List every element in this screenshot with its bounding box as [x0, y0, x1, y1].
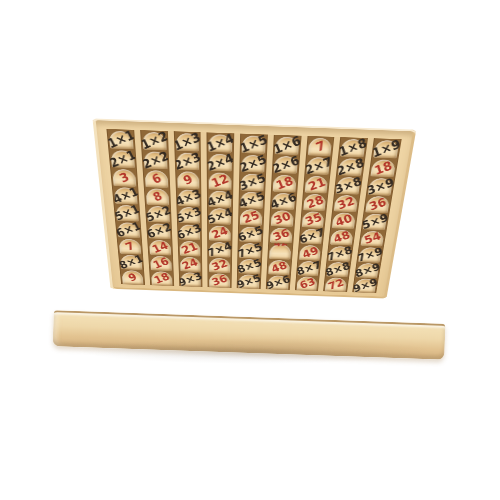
roller-face: 2×2: [143, 151, 167, 169]
roller-face: 4×6: [272, 193, 295, 210]
roller-label: 3: [117, 169, 131, 185]
roller-face: 9×9: [354, 278, 377, 293]
roller-r3c9[interactable]: 3×9: [366, 177, 395, 196]
roller-label: 5×4: [207, 207, 233, 225]
roller-label: 18: [373, 158, 394, 177]
roller-label: 21: [306, 175, 327, 194]
roller-r2c1[interactable]: 2×1: [108, 149, 136, 169]
roller-label: 6: [149, 171, 163, 187]
roller-face: 2×4: [209, 153, 232, 171]
roller-face: 8×5: [239, 259, 260, 274]
roller-label: 9×3: [178, 271, 202, 287]
roller-r8c1[interactable]: 8×1: [118, 253, 144, 269]
roller-label: 25: [241, 208, 262, 226]
roller-r3c1[interactable]: 3: [110, 168, 138, 187]
roller-label: 8×9: [355, 262, 382, 278]
roller-label: 49: [300, 244, 320, 260]
roller-label: 8×1: [118, 253, 144, 269]
roller-r3c5[interactable]: 3×5: [239, 172, 266, 191]
roller-face: 3×9: [368, 178, 393, 196]
roller-label: 4×1: [112, 186, 139, 205]
roller-label: 18: [152, 270, 172, 286]
roller-label: 2×7: [304, 155, 333, 175]
roller-label: 2×2: [141, 150, 169, 170]
roller-r2c7[interactable]: 2×7: [304, 155, 333, 175]
roller-r5c8[interactable]: 40: [331, 211, 359, 229]
roller-label: 9×6: [266, 274, 291, 290]
roller-label: 4×3: [175, 188, 201, 207]
roller-r7c7[interactable]: 49: [297, 244, 323, 261]
roller-label: 4×4: [207, 189, 233, 208]
roller-r4c7[interactable]: 28: [301, 193, 329, 212]
roller-r8c6[interactable]: 48: [266, 259, 291, 275]
roller-face: 7×5: [239, 243, 261, 259]
roller-r6c1[interactable]: 6×1: [115, 221, 141, 238]
roller-r6c5[interactable]: 6×5: [238, 225, 264, 242]
roller-r6c3[interactable]: 6×3: [177, 223, 203, 240]
roller-r6c6[interactable]: 36: [268, 226, 294, 243]
roller-label: 2×3: [174, 151, 201, 171]
roller-face: 8×9: [356, 263, 379, 278]
roller-r2c9[interactable]: 18: [369, 158, 399, 178]
roller-r4c2[interactable]: 8: [144, 187, 171, 206]
roller-face: 40: [332, 213, 356, 230]
roller-r1c2[interactable]: 1×2: [140, 130, 168, 151]
roller-r9c5[interactable]: 9×5: [237, 273, 261, 289]
roller-face: 5×9: [363, 214, 387, 231]
roller-label: 24: [210, 224, 230, 241]
roller-face: 7×9: [358, 247, 381, 263]
roller-face: 7×8: [329, 246, 352, 262]
roller-label: 48: [332, 229, 352, 246]
roller-label: 6×7: [298, 227, 325, 244]
roller-label: 2×5: [239, 153, 266, 173]
roller-label: 8×5: [237, 258, 262, 274]
roller-r6c4[interactable]: 24: [207, 224, 232, 241]
roller-label: 6×2: [146, 222, 172, 239]
roller-r5c2[interactable]: 5×2: [145, 205, 171, 223]
roller-face: 18: [371, 159, 397, 177]
product-photo-scene: 1×11×21×31×41×51×671×81×92×12×22×32×42×5…: [0, 0, 500, 500]
roller-label: 5×9: [361, 212, 389, 230]
roller-r8c4[interactable]: 32: [208, 257, 233, 273]
roller-label: 3×5: [239, 172, 266, 191]
roller-r1c9[interactable]: 1×9: [371, 138, 401, 158]
roller-face: 72: [325, 277, 347, 292]
roller-face: 6×2: [148, 223, 170, 239]
roller-label: 2×8: [336, 157, 365, 177]
roller-r7c3[interactable]: 21: [177, 240, 202, 257]
roller-label: 32: [210, 257, 230, 273]
roller-face: 5×2: [147, 206, 170, 223]
roller-label: 9×9: [352, 277, 378, 293]
roller-face: 6×3: [179, 224, 201, 240]
roller-label: 14: [150, 239, 170, 256]
roller-face: 1×9: [373, 140, 399, 159]
roller-label: 6×3: [177, 223, 203, 240]
roller-label: 1×8: [338, 137, 368, 157]
roller-label: 4×6: [270, 191, 297, 210]
roller-label: 24: [180, 256, 200, 272]
roller-face: 8×1: [120, 255, 142, 270]
roller-face: 1×2: [142, 132, 166, 151]
roller-face: 2×7: [306, 157, 331, 175]
roller-r5c3[interactable]: 5×3: [176, 206, 202, 224]
roller-label: 7×9: [357, 246, 384, 263]
roller-r4c1[interactable]: 4×1: [112, 186, 139, 205]
roller-face: 3×8: [336, 177, 361, 195]
roller-r5c1[interactable]: 5×1: [114, 204, 141, 222]
roller-face: 1×6: [275, 136, 299, 155]
roller-face: 5×3: [178, 207, 200, 224]
roller-face: 36: [366, 196, 391, 213]
roller-r1c5[interactable]: 1×5: [240, 134, 268, 155]
roller-face: 6: [144, 170, 167, 188]
roller-label: 30: [272, 209, 292, 227]
roller-face: 4×1: [114, 187, 138, 204]
roller-label: 1×5: [240, 134, 268, 155]
roller-face: 6×7: [300, 228, 323, 244]
roller-label: 1×9: [371, 138, 401, 158]
roller-label: 7×8: [327, 245, 354, 262]
roller-label: 8×8: [325, 261, 351, 277]
roller-r7c5[interactable]: 7×5: [237, 242, 262, 259]
roller-label: 18: [274, 173, 295, 192]
roller-face: 5×4: [209, 208, 231, 225]
roller-label: 36: [271, 226, 291, 243]
roller-face: 63: [296, 276, 318, 291]
roller-r4c5[interactable]: 4×5: [239, 190, 266, 209]
board-grid: 1×11×21×31×41×51×671×81×92×12×22×32×42×5…: [106, 129, 401, 293]
roller-face: 21: [179, 241, 200, 257]
roller-r4c3[interactable]: 4×3: [175, 188, 201, 207]
roller-r2c3[interactable]: 2×3: [174, 151, 201, 171]
roller-r4c8[interactable]: 32: [332, 194, 360, 213]
roller-label: 7: [313, 138, 326, 155]
roller-r7c2[interactable]: 14: [147, 238, 173, 255]
roller-r9c2[interactable]: 18: [149, 270, 174, 286]
roller-r3c2[interactable]: 6: [142, 169, 169, 188]
roller-label: 32: [336, 194, 356, 212]
roller-r6c8[interactable]: 48: [329, 228, 356, 245]
roller-r4c6[interactable]: 4×6: [270, 191, 297, 210]
roller-r3c6[interactable]: 18: [271, 173, 299, 192]
roller-label: 12: [210, 171, 231, 190]
roller-r4c9[interactable]: 36: [364, 195, 393, 213]
multiplication-board: 1×11×21×31×41×51×671×81×92×12×22×32×42×5…: [92, 118, 416, 298]
roller-face: 6×1: [117, 222, 140, 238]
roller-label: 2×4: [207, 152, 234, 172]
roller-face: 48: [268, 260, 290, 275]
roller-label: 1×2: [140, 130, 168, 151]
roller-r8c8[interactable]: 8×8: [325, 261, 351, 277]
roller-r9c8[interactable]: 72: [323, 276, 349, 292]
roller-face: 7: [308, 137, 333, 156]
roller-face: 24: [209, 225, 231, 241]
roller-r1c8[interactable]: 1×8: [338, 137, 368, 157]
roller-r1c4[interactable]: 1×4: [207, 132, 235, 153]
roller-r2c5[interactable]: 2×5: [239, 153, 266, 173]
roller-label: 36: [368, 195, 388, 213]
roller-r3c7[interactable]: 21: [303, 174, 331, 193]
roller-face: 1×8: [340, 139, 366, 158]
roller-face: 48: [330, 230, 353, 246]
roller-label: 7×5: [237, 242, 262, 259]
roller-label: 5×1: [114, 204, 141, 222]
roller-r9c9[interactable]: 9×9: [352, 277, 378, 293]
roller-r8c3[interactable]: 24: [178, 256, 203, 272]
roller-face: 2×5: [241, 155, 265, 173]
roller-r8c9[interactable]: 8×9: [355, 262, 382, 278]
roller-face: 2×6: [274, 156, 298, 174]
roller-label: 54: [363, 230, 383, 247]
roller-label: 48: [269, 259, 289, 275]
roller-r5c5[interactable]: 25: [238, 208, 264, 226]
roller-label: 1×1: [106, 129, 135, 150]
roller-r8c2[interactable]: 16: [148, 255, 173, 271]
roller-face: 3: [112, 169, 136, 187]
roller-label: 28: [304, 193, 325, 211]
roller-r6c2[interactable]: 6×2: [146, 222, 172, 239]
roller-face: 18: [151, 271, 172, 286]
roller-face: 14: [149, 240, 171, 256]
roller-r7c6[interactable]: 42: [267, 243, 293, 260]
roller-label: 1×4: [207, 132, 235, 153]
roller-face: 30: [271, 210, 294, 227]
roller-label: 40: [334, 212, 354, 229]
roller-label: 7×4: [208, 241, 233, 258]
roller-label: 2×1: [108, 149, 136, 169]
roller-label: 35: [303, 210, 323, 228]
roller-r5c9[interactable]: 5×9: [361, 212, 389, 230]
roller-r5c6[interactable]: 30: [269, 209, 296, 227]
roller-face: 8×8: [327, 262, 350, 277]
roller-face: 54: [361, 231, 385, 247]
roller-r4c4[interactable]: 4×4: [207, 189, 233, 208]
roller-r8c7[interactable]: 8×7: [296, 260, 322, 276]
roller-face: 9×5: [238, 274, 259, 289]
roller-face: 21: [304, 176, 328, 194]
roller-r9c3[interactable]: 9×3: [178, 271, 202, 287]
roller-r7c8[interactable]: 7×8: [327, 245, 354, 262]
roller-r7c4[interactable]: 7×4: [208, 241, 233, 258]
roller-label: 3×9: [366, 177, 395, 196]
roller-label: 6×5: [238, 225, 264, 242]
roller-label: 5×2: [145, 205, 171, 223]
roller-r3c4[interactable]: 12: [207, 171, 234, 190]
roller-face: 12: [209, 172, 232, 190]
roller-face: 6×5: [240, 226, 262, 242]
roller-label: 63: [298, 276, 317, 291]
roller-r5c7[interactable]: 35: [300, 210, 327, 228]
roller-r2c8[interactable]: 2×8: [336, 157, 365, 177]
roller-face: 36: [210, 273, 231, 288]
roller-r9c7[interactable]: 63: [295, 275, 320, 291]
roller-face: 1×3: [175, 133, 199, 152]
roller-face: 4×5: [240, 192, 263, 209]
roller-label: 21: [180, 240, 200, 256]
roller-label: 9: [181, 172, 195, 188]
roller-r3c8[interactable]: 3×8: [334, 175, 363, 194]
roller-face: 4×3: [177, 189, 200, 206]
roller-r9c1[interactable]: 9: [120, 269, 145, 285]
roller-label: 36: [210, 273, 229, 288]
roller-label: 1×3: [173, 131, 201, 152]
roller-label: 1×6: [273, 135, 302, 155]
roller-face: 4×4: [209, 190, 231, 207]
roller-face: 35: [302, 211, 325, 228]
roller-face: 5×1: [115, 205, 138, 222]
roller-face: 3×5: [241, 173, 264, 191]
roller-label: 42: [273, 243, 288, 249]
roller-face: 1×5: [242, 135, 266, 154]
roller-r1c3[interactable]: 1×3: [173, 131, 201, 152]
roller-face: 8×7: [298, 261, 320, 276]
roller-face: 42: [269, 244, 291, 260]
roller-face: 2×3: [176, 152, 199, 170]
roller-face: 9: [122, 270, 144, 285]
roller-face: 9×6: [267, 275, 288, 290]
drop-shadow: [78, 338, 434, 364]
roller-label: 16: [151, 255, 171, 271]
roller-label: 8×7: [296, 260, 322, 276]
roller-r6c9[interactable]: 54: [359, 229, 387, 246]
roller-face: 1×4: [209, 134, 232, 153]
roller-face: 2×8: [338, 158, 363, 176]
roller-face: 36: [270, 227, 292, 243]
roller-face: 2×1: [110, 150, 134, 168]
roller-face: 18: [273, 175, 297, 193]
roller-face: 7×4: [209, 242, 230, 258]
roller-r7c9[interactable]: 7×9: [357, 246, 384, 263]
roller-label: 4×5: [239, 190, 266, 209]
roller-label: 72: [327, 277, 346, 292]
roller-label: 6×1: [115, 221, 141, 238]
roller-label: 5×3: [176, 206, 202, 224]
roller-r1c7[interactable]: 7: [306, 136, 335, 156]
roller-label: 3×8: [334, 175, 363, 194]
roller-face: 49: [299, 245, 321, 261]
roller-r2c6[interactable]: 2×6: [272, 154, 300, 174]
roller-r9c6[interactable]: 9×6: [266, 274, 291, 290]
roller-face: 1×1: [109, 130, 134, 149]
roller-face: 32: [334, 195, 358, 212]
roller-face: 24: [180, 257, 201, 272]
roller-r5c4[interactable]: 5×4: [207, 207, 233, 225]
roller-r8c5[interactable]: 8×5: [237, 258, 262, 274]
roller-label: 2×6: [272, 154, 300, 174]
roller-face: 25: [240, 209, 262, 226]
roller-r1c1[interactable]: 1×1: [106, 129, 135, 150]
roller-label: 9: [126, 271, 139, 284]
roller-face: 28: [303, 194, 327, 211]
roller-r3c3[interactable]: 9: [175, 170, 202, 189]
roller-face: 9×3: [180, 272, 201, 287]
roller-face: 32: [209, 258, 230, 273]
roller-face: 9: [177, 171, 200, 189]
roller-r6c7[interactable]: 6×7: [298, 227, 325, 244]
roller-label: 7: [123, 239, 136, 253]
roller-r7c1[interactable]: 7: [117, 237, 143, 254]
roller-face: 16: [150, 256, 172, 271]
roller-r1c6[interactable]: 1×6: [273, 135, 302, 155]
roller-r2c2[interactable]: 2×2: [141, 150, 169, 170]
roller-label: 8: [150, 189, 164, 204]
roller-label: 9×5: [237, 273, 261, 289]
roller-face: 8: [146, 188, 169, 205]
roller-r2c4[interactable]: 2×4: [207, 152, 234, 172]
roller-r9c4[interactable]: 36: [208, 272, 232, 288]
roller-face: 7: [119, 239, 141, 255]
